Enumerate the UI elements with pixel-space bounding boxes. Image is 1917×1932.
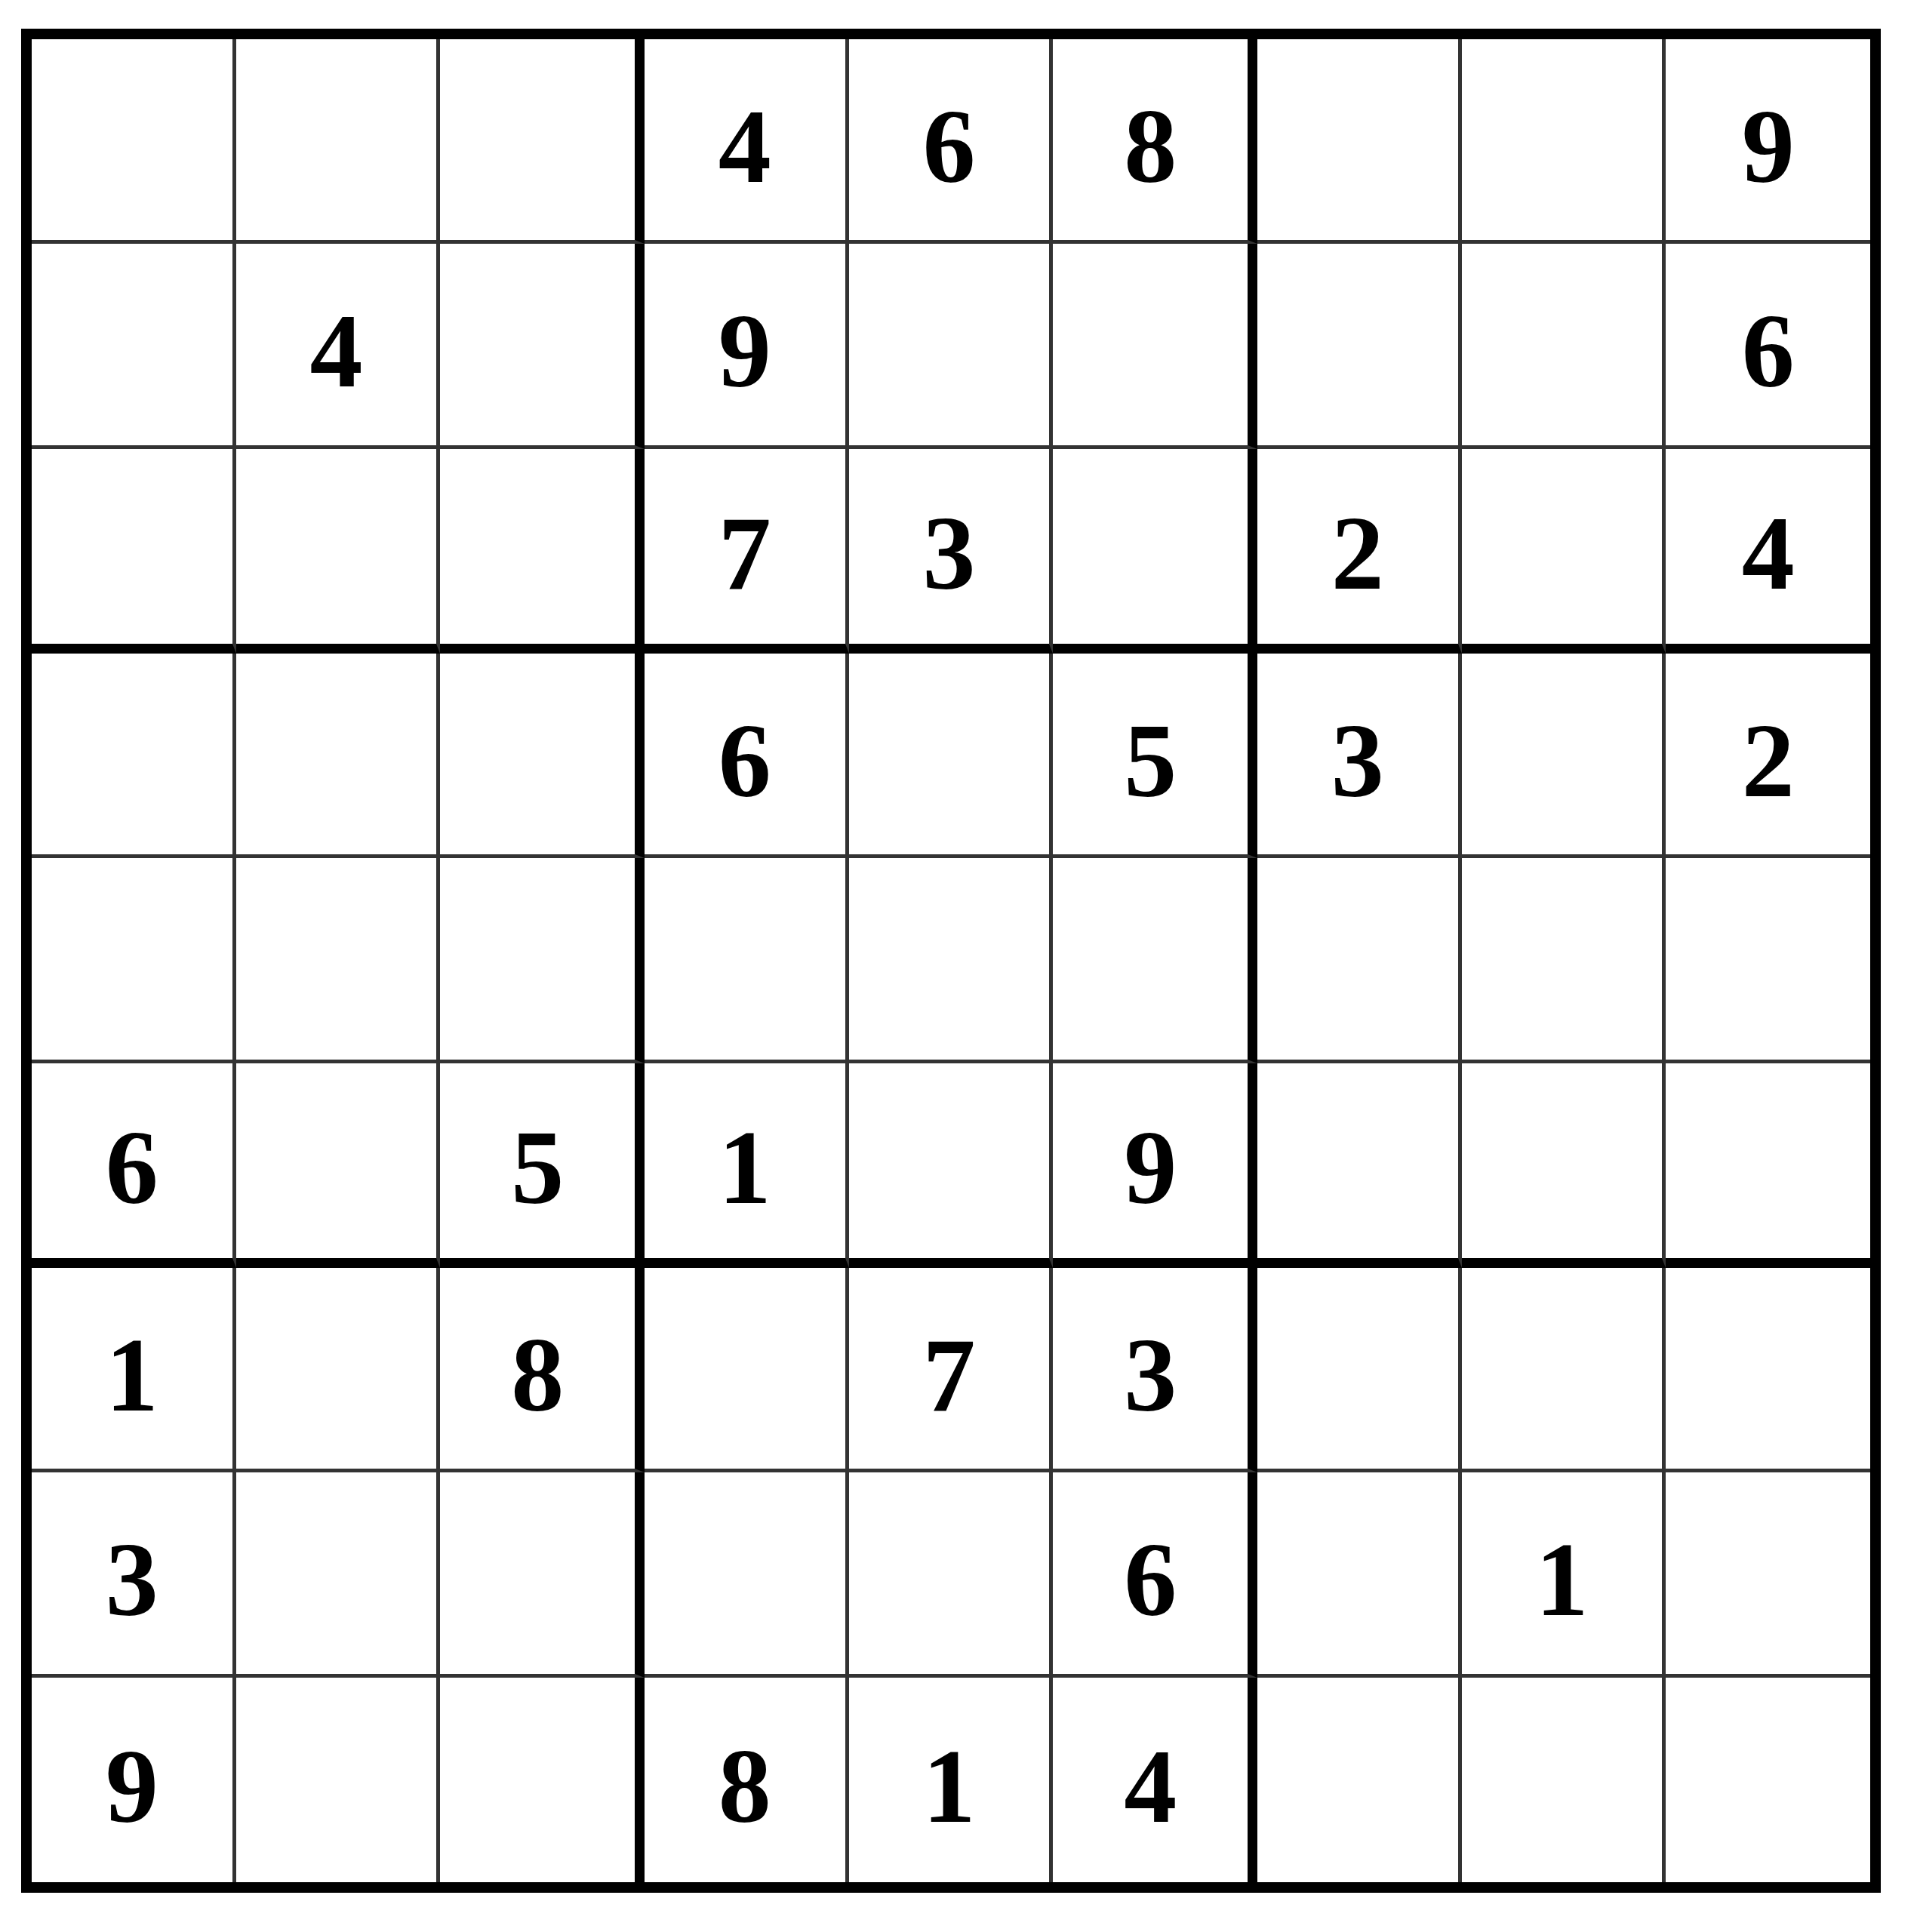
- given-digit: 5: [511, 1115, 564, 1220]
- given-digit: 7: [922, 1322, 975, 1428]
- cell-r8c8[interactable]: 1: [1462, 1472, 1666, 1677]
- cell-r3c5[interactable]: 3: [849, 449, 1054, 654]
- given-digit: 4: [718, 94, 771, 199]
- cell-r1c2[interactable]: [236, 39, 441, 244]
- cell-r7c9[interactable]: [1666, 1268, 1870, 1472]
- cell-r4c1[interactable]: [32, 654, 236, 858]
- cell-r3c8[interactable]: [1462, 449, 1666, 654]
- cell-r1c3[interactable]: [440, 39, 645, 244]
- cell-r4c5[interactable]: [849, 654, 1054, 858]
- given-digit: 4: [1124, 1734, 1177, 1839]
- given-digit: 8: [1124, 94, 1177, 199]
- cell-r2c8[interactable]: [1462, 244, 1666, 448]
- given-digit: 6: [1742, 298, 1795, 404]
- cell-r2c4[interactable]: 9: [645, 244, 849, 448]
- cell-r3c3[interactable]: [440, 449, 645, 654]
- cell-r3c4[interactable]: 7: [645, 449, 849, 654]
- cell-r2c2[interactable]: 4: [236, 244, 441, 448]
- cell-r6c3[interactable]: 5: [440, 1063, 645, 1268]
- cell-r8c6[interactable]: 6: [1053, 1472, 1257, 1677]
- cell-r1c1[interactable]: [32, 39, 236, 244]
- cell-r2c1[interactable]: [32, 244, 236, 448]
- given-digit: 2: [1742, 708, 1795, 814]
- cell-r2c5[interactable]: [849, 244, 1054, 448]
- cell-r8c2[interactable]: [236, 1472, 441, 1677]
- cell-r1c7[interactable]: [1257, 39, 1462, 244]
- cell-r1c4[interactable]: 4: [645, 39, 849, 244]
- given-digit: 3: [1331, 708, 1384, 814]
- given-digit: 2: [1331, 500, 1384, 606]
- cell-r5c6[interactable]: [1053, 858, 1257, 1063]
- cell-r4c3[interactable]: [440, 654, 645, 858]
- given-digit: 9: [1742, 94, 1795, 199]
- cell-r5c5[interactable]: [849, 858, 1054, 1063]
- cell-r8c1[interactable]: 3: [32, 1472, 236, 1677]
- cell-r5c7[interactable]: [1257, 858, 1462, 1063]
- cell-r1c9[interactable]: 9: [1666, 39, 1870, 244]
- cell-r4c9[interactable]: 2: [1666, 654, 1870, 858]
- cell-r1c5[interactable]: 6: [849, 39, 1054, 244]
- cell-r5c2[interactable]: [236, 858, 441, 1063]
- cell-r8c9[interactable]: [1666, 1472, 1870, 1677]
- cell-r7c5[interactable]: 7: [849, 1268, 1054, 1472]
- cell-r2c6[interactable]: [1053, 244, 1257, 448]
- cell-r6c6[interactable]: 9: [1053, 1063, 1257, 1268]
- cell-r3c1[interactable]: [32, 449, 236, 654]
- cell-r2c9[interactable]: 6: [1666, 244, 1870, 448]
- given-digit: 9: [106, 1734, 158, 1839]
- cell-r7c7[interactable]: [1257, 1268, 1462, 1472]
- cell-r3c7[interactable]: 2: [1257, 449, 1462, 654]
- given-digit: 4: [1742, 500, 1795, 606]
- cell-r5c8[interactable]: [1462, 858, 1666, 1063]
- given-digit: 3: [1124, 1322, 1177, 1428]
- cell-r4c8[interactable]: [1462, 654, 1666, 858]
- cell-r8c5[interactable]: [849, 1472, 1054, 1677]
- cell-r9c3[interactable]: [440, 1678, 645, 1882]
- cell-r9c2[interactable]: [236, 1678, 441, 1882]
- cell-r2c7[interactable]: [1257, 244, 1462, 448]
- cell-r5c3[interactable]: [440, 858, 645, 1063]
- cell-r1c6[interactable]: 8: [1053, 39, 1257, 244]
- given-digit: 4: [309, 298, 362, 404]
- given-digit: 1: [922, 1734, 975, 1839]
- cell-r4c7[interactable]: 3: [1257, 654, 1462, 858]
- cell-r6c8[interactable]: [1462, 1063, 1666, 1268]
- cell-r7c2[interactable]: [236, 1268, 441, 1472]
- cell-r3c2[interactable]: [236, 449, 441, 654]
- cell-r9c5[interactable]: 1: [849, 1678, 1054, 1882]
- given-digit: 8: [718, 1734, 771, 1839]
- cell-r6c9[interactable]: [1666, 1063, 1870, 1268]
- cell-r5c4[interactable]: [645, 858, 849, 1063]
- cell-r9c4[interactable]: 8: [645, 1678, 849, 1882]
- cell-r1c8[interactable]: [1462, 39, 1666, 244]
- given-digit: 1: [106, 1322, 158, 1428]
- cell-r7c1[interactable]: 1: [32, 1268, 236, 1472]
- cell-r2c3[interactable]: [440, 244, 645, 448]
- given-digit: 8: [511, 1322, 564, 1428]
- cell-r6c1[interactable]: 6: [32, 1063, 236, 1268]
- given-digit: 6: [1124, 1527, 1177, 1632]
- cell-r6c2[interactable]: [236, 1063, 441, 1268]
- cell-r4c2[interactable]: [236, 654, 441, 858]
- given-digit: 7: [718, 500, 771, 606]
- given-digit: 6: [922, 94, 975, 199]
- cell-r8c3[interactable]: [440, 1472, 645, 1677]
- cell-r7c4[interactable]: [645, 1268, 849, 1472]
- given-digit: 1: [1535, 1527, 1588, 1632]
- cell-r9c8[interactable]: [1462, 1678, 1666, 1882]
- sudoku-page: { "game": "sudoku", "grid": { "rows": 9,…: [0, 0, 1917, 1932]
- cell-r6c5[interactable]: [849, 1063, 1054, 1268]
- cell-r9c7[interactable]: [1257, 1678, 1462, 1882]
- cell-r9c6[interactable]: 4: [1053, 1678, 1257, 1882]
- cell-r9c1[interactable]: 9: [32, 1678, 236, 1882]
- cell-r3c6[interactable]: [1053, 449, 1257, 654]
- given-digit: 9: [718, 298, 771, 404]
- cell-r8c7[interactable]: [1257, 1472, 1462, 1677]
- given-digit: 5: [1124, 708, 1177, 814]
- cell-r7c6[interactable]: 3: [1053, 1268, 1257, 1472]
- given-digit: 1: [718, 1115, 771, 1220]
- cell-r6c4[interactable]: 1: [645, 1063, 849, 1268]
- given-digit: 6: [106, 1115, 158, 1220]
- cell-r7c8[interactable]: [1462, 1268, 1666, 1472]
- sudoku-board: 468949673246532651918733619814: [21, 29, 1881, 1893]
- cell-r7c3[interactable]: 8: [440, 1268, 645, 1472]
- cell-r9c9[interactable]: [1666, 1678, 1870, 1882]
- given-digit: 3: [922, 500, 975, 606]
- given-digit: 6: [718, 708, 771, 814]
- given-digit: 3: [106, 1527, 158, 1632]
- cell-r3c9[interactable]: 4: [1666, 449, 1870, 654]
- cell-r4c4[interactable]: 6: [645, 654, 849, 858]
- cell-r6c7[interactable]: [1257, 1063, 1462, 1268]
- cell-r5c9[interactable]: [1666, 858, 1870, 1063]
- cell-r4c6[interactable]: 5: [1053, 654, 1257, 858]
- cell-r8c4[interactable]: [645, 1472, 849, 1677]
- cell-r5c1[interactable]: [32, 858, 236, 1063]
- given-digit: 9: [1124, 1115, 1177, 1220]
